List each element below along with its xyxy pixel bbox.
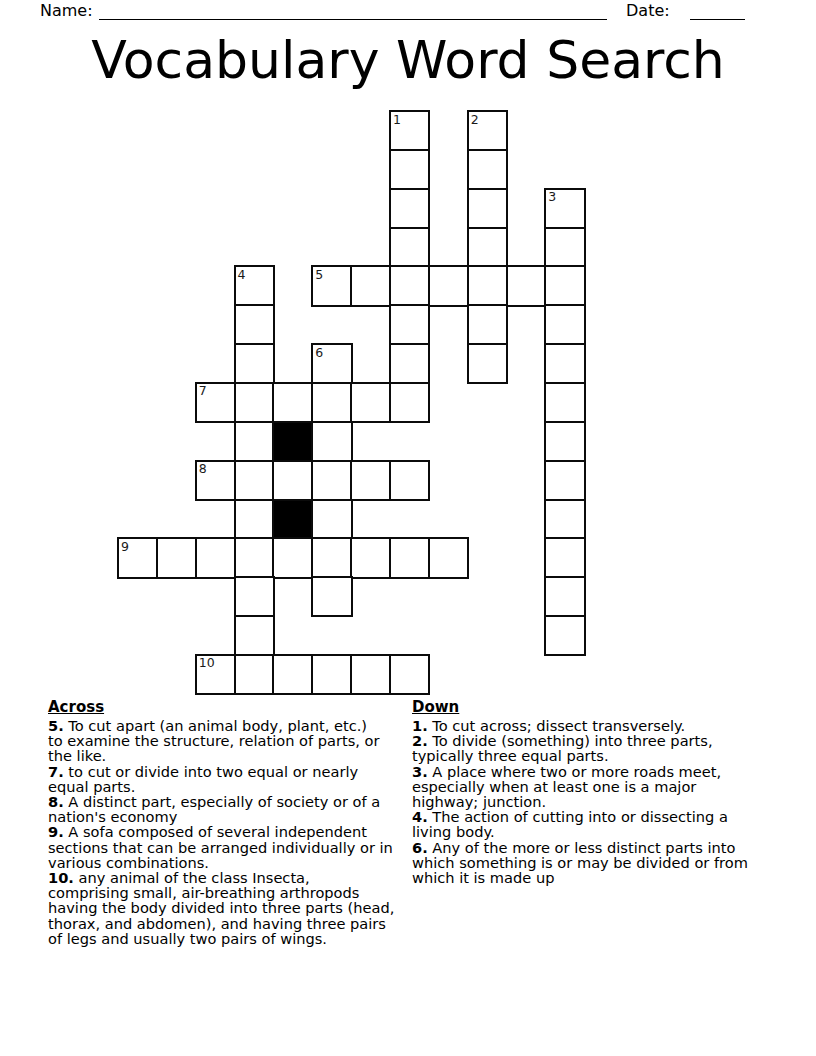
clue-text: To divide (something) into three parts, …: [412, 732, 713, 764]
across-clue: 8. A distinct part, especially of societ…: [48, 794, 468, 824]
worksheet-page: Name: Date: Vocabulary Word Search 12345…: [0, 0, 816, 1056]
name-blank-line[interactable]: [99, 2, 607, 20]
clue-text: A sofa composed of several independent s…: [48, 823, 393, 870]
crossword-cell[interactable]: [544, 499, 585, 540]
crossword-cell[interactable]: [195, 460, 236, 501]
crossword-cell[interactable]: [389, 460, 430, 501]
crossword-cell[interactable]: [156, 537, 197, 578]
crossword-cell[interactable]: [544, 227, 585, 268]
crossword-cell[interactable]: [389, 265, 430, 306]
crossword-cell[interactable]: [467, 227, 508, 268]
crossword-cell[interactable]: [311, 460, 352, 501]
crossword-cell[interactable]: [195, 537, 236, 578]
crossword-cell[interactable]: [428, 265, 469, 306]
crossword-cell[interactable]: [234, 615, 275, 656]
crossword-cell[interactable]: [389, 537, 430, 578]
crossword-cell[interactable]: [389, 227, 430, 268]
down-heading: Down: [412, 699, 816, 715]
crossword-cell[interactable]: [389, 149, 430, 190]
crossword-cell[interactable]: [544, 537, 585, 578]
crossword-cell[interactable]: [234, 499, 275, 540]
crossword-cell[interactable]: [311, 499, 352, 540]
crossword-cell[interactable]: [544, 265, 585, 306]
clue-text: to cut or divide into two equal or nearl…: [48, 763, 358, 795]
crossword-cell[interactable]: [234, 265, 275, 306]
crossword-cell[interactable]: [467, 149, 508, 190]
down-clue: 2. To divide (something) into three part…: [412, 733, 816, 763]
crossword-cell[interactable]: [389, 304, 430, 345]
crossword-cell[interactable]: [544, 615, 585, 656]
crossword-cell[interactable]: [389, 654, 430, 695]
crossword-cell[interactable]: [389, 110, 430, 151]
crossword-cell[interactable]: [195, 654, 236, 695]
crossword-cell[interactable]: [272, 460, 313, 501]
crossword-cell[interactable]: [234, 382, 275, 423]
crossword-cell[interactable]: [389, 382, 430, 423]
crossword-cell[interactable]: [234, 537, 275, 578]
crossword-cell[interactable]: [467, 304, 508, 345]
down-clue: 4. The action of cutting into or dissect…: [412, 809, 816, 839]
crossword-cell[interactable]: [544, 304, 585, 345]
clue-text: To cut apart (an animal body, plant, etc…: [48, 717, 380, 764]
across-clue-list: 5. To cut apart (an animal body, plant, …: [48, 718, 468, 946]
clue-text: The action of cutting into or dissecting…: [412, 808, 728, 840]
crossword-cell[interactable]: [350, 654, 391, 695]
down-clue-list: 1. To cut across; dissect transversely.2…: [412, 718, 816, 885]
crossword-cell[interactable]: [506, 265, 547, 306]
crossword-cell[interactable]: [234, 343, 275, 384]
date-blank-line[interactable]: [690, 2, 745, 20]
crossword-cell[interactable]: [467, 110, 508, 151]
page-title: Vocabulary Word Search: [0, 29, 816, 91]
name-label: Name:: [40, 2, 93, 20]
crossword-cell[interactable]: [311, 421, 352, 462]
crossword-cell[interactable]: [544, 343, 585, 384]
clue-text: any animal of the class Insecta, compris…: [48, 869, 394, 947]
crossword-cell[interactable]: [428, 537, 469, 578]
crossword-cell[interactable]: [544, 576, 585, 617]
crossword-cell[interactable]: [272, 537, 313, 578]
crossword-cell[interactable]: [350, 537, 391, 578]
across-clue: 7. to cut or divide into two equal or ne…: [48, 764, 468, 794]
crossword-cell[interactable]: [234, 421, 275, 462]
down-clue: 3. A place where two or more roads meet,…: [412, 764, 816, 810]
crossword-cell[interactable]: [311, 382, 352, 423]
crossword-cell[interactable]: [389, 343, 430, 384]
crossword-cell[interactable]: [272, 654, 313, 695]
clue-text: A distinct part, especially of society o…: [48, 793, 380, 825]
down-clue: 1. To cut across; dissect transversely.: [412, 718, 816, 733]
crossword-cell[interactable]: [544, 188, 585, 229]
crossword-cell[interactable]: [234, 460, 275, 501]
clue-text: A place where two or more roads meet, es…: [412, 763, 721, 810]
crossword-cell[interactable]: [350, 460, 391, 501]
crossword-cell[interactable]: [234, 576, 275, 617]
down-clue: 6. Any of the more or less distinct part…: [412, 840, 816, 886]
crossword-cell[interactable]: [234, 304, 275, 345]
across-clues-column: Across 5. To cut apart (an animal body, …: [48, 699, 468, 946]
crossword-cell[interactable]: [350, 382, 391, 423]
crossword-cell[interactable]: [311, 265, 352, 306]
crossword-cell[interactable]: [234, 654, 275, 695]
crossword-cell[interactable]: [311, 576, 352, 617]
crossword-cell[interactable]: [544, 460, 585, 501]
crossword-cell[interactable]: [350, 265, 391, 306]
crossword-cell[interactable]: [544, 421, 585, 462]
across-clue: 10. any animal of the class Insecta, com…: [48, 870, 468, 946]
black-cell: [272, 499, 313, 540]
crossword-cell[interactable]: [389, 188, 430, 229]
crossword-cell[interactable]: [467, 188, 508, 229]
across-clue: 9. A sofa composed of several independen…: [48, 824, 468, 870]
across-clue: 5. To cut apart (an animal body, plant, …: [48, 718, 468, 764]
crossword-cell[interactable]: [544, 382, 585, 423]
crossword-cell[interactable]: [467, 265, 508, 306]
crossword-cell[interactable]: [311, 343, 352, 384]
crossword-cell[interactable]: [467, 343, 508, 384]
clue-text: Any of the more or less distinct parts i…: [412, 839, 748, 886]
across-heading: Across: [48, 699, 468, 715]
crossword-cell[interactable]: [195, 382, 236, 423]
down-clues-column: Down 1. To cut across; dissect transvers…: [412, 699, 816, 885]
crossword-cell[interactable]: [272, 382, 313, 423]
black-cell: [272, 421, 313, 462]
date-label: Date:: [626, 2, 670, 20]
crossword-cell[interactable]: [117, 537, 158, 578]
crossword-cell[interactable]: [311, 537, 352, 578]
crossword-cell[interactable]: [311, 654, 352, 695]
